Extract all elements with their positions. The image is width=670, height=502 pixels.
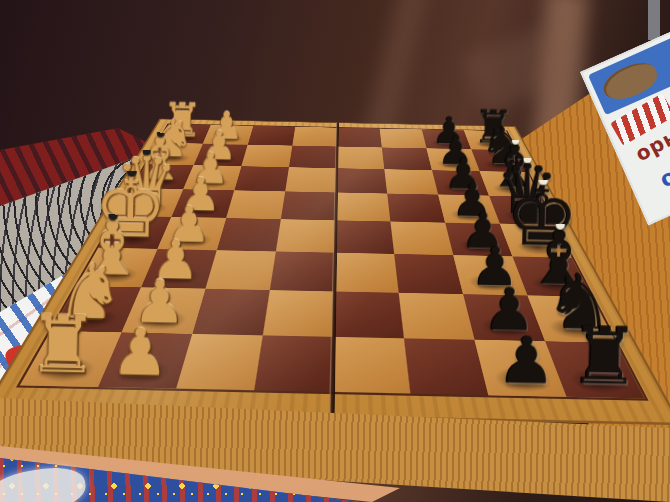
pawn-glyph: ♟ (209, 108, 243, 143)
piece-white-pawn-b2[interactable]: ♟ (200, 127, 236, 164)
square-d6[interactable] (387, 193, 445, 222)
pawn-glyph: ♟ (444, 154, 483, 194)
square-f5[interactable] (334, 253, 398, 293)
finial-dot (126, 164, 136, 176)
square-g6[interactable] (399, 292, 475, 339)
piece-shadow (190, 177, 232, 189)
square-d5[interactable] (336, 192, 391, 221)
piece-black-pawn-c7[interactable]: ♟ (444, 154, 483, 194)
piece-shadow (473, 140, 510, 149)
piece-white-rook-h1[interactable]: ♜ (26, 308, 98, 382)
piece-black-pawn-h7[interactable]: ♟ (497, 331, 556, 392)
square-c6[interactable] (384, 169, 438, 194)
square-a4[interactable] (292, 127, 337, 147)
piece-shadow (209, 134, 246, 143)
square-h3[interactable] (176, 334, 263, 391)
finial-dot (523, 155, 531, 163)
knight-glyph: ♞ (148, 115, 195, 164)
piece-shadow (441, 182, 483, 194)
square-a8[interactable]: ♜ (464, 130, 516, 150)
square-b2[interactable]: ♟ (194, 144, 248, 166)
rook-glyph: ♜ (568, 319, 640, 393)
knight-glyph: ♞ (479, 122, 526, 171)
square-g3[interactable] (192, 288, 270, 335)
square-e6[interactable] (390, 221, 453, 255)
finial-dot (537, 173, 547, 185)
square-e5[interactable] (335, 220, 394, 254)
square-h7[interactable]: ♟ (475, 340, 567, 397)
piece-white-pawn-h2[interactable]: ♟ (110, 323, 169, 384)
square-a5[interactable] (337, 128, 382, 148)
square-f3[interactable] (206, 250, 276, 289)
square-a6[interactable] (380, 129, 427, 149)
square-b7[interactable]: ♟ (427, 148, 480, 171)
piece-black-knight-b8[interactable]: ♞ (479, 122, 526, 171)
square-a3[interactable] (248, 126, 296, 146)
piece-black-pawn-b7[interactable]: ♟ (437, 132, 473, 169)
pawn-glyph: ♟ (110, 323, 169, 384)
pawn-glyph: ♟ (432, 113, 466, 148)
piece-black-rook-h8[interactable]: ♜ (568, 319, 640, 393)
piece-shadow (435, 159, 474, 169)
square-e3[interactable] (217, 218, 281, 252)
piece-black-pawn-a7[interactable]: ♟ (432, 113, 466, 148)
square-h5[interactable] (332, 337, 410, 394)
square-b3[interactable] (241, 145, 292, 167)
piece-white-rook-a1[interactable]: ♜ (161, 100, 203, 143)
finial-dot (142, 147, 150, 155)
square-a1[interactable]: ♜ (158, 124, 211, 144)
square-c3[interactable] (234, 166, 289, 191)
piece-white-pawn-c2[interactable]: ♟ (191, 148, 230, 188)
chess-board: ♜♟♟♜♞♟♟♞♝♟♟♝♛♟♟♛♚♟♟♚♝♟♟♝♞♟♟♞♜♟♟♜ (0, 119, 670, 425)
square-c4[interactable] (285, 167, 336, 192)
pawn-glyph: ♟ (497, 331, 556, 392)
square-g4[interactable] (263, 290, 334, 337)
rook-glyph: ♜ (473, 106, 515, 149)
piece-shadow (200, 154, 239, 164)
square-a2[interactable]: ♟ (203, 125, 253, 145)
square-b4[interactable] (289, 146, 337, 168)
pawn-glyph: ♟ (191, 148, 230, 188)
finial-dot (156, 129, 164, 137)
square-c5[interactable] (336, 168, 387, 193)
square-c2[interactable]: ♟ (183, 165, 241, 190)
square-b6[interactable] (382, 148, 432, 170)
piece-white-pawn-a2[interactable]: ♟ (209, 108, 243, 143)
rook-glyph: ♜ (26, 308, 98, 382)
pawn-glyph: ♟ (437, 132, 473, 169)
square-e4[interactable] (276, 219, 336, 253)
pawn-glyph: ♟ (200, 127, 236, 164)
piece-shadow (164, 133, 202, 142)
square-a7[interactable]: ♟ (422, 129, 472, 149)
piece-shadow (429, 139, 465, 148)
piece-black-rook-a8[interactable]: ♜ (473, 106, 515, 149)
photo-frame: ы орь о ♜♟♟♜♞♟♟♞♝♟♟♝♛♟♟♛♚♟♟♚♝♟♟♝♞♟♟♞♜♟♟♜ (0, 0, 670, 502)
square-f4[interactable] (270, 252, 335, 291)
square-h4[interactable] (254, 335, 333, 392)
rook-glyph: ♜ (161, 100, 203, 143)
piece-white-knight-b1[interactable]: ♞ (148, 115, 195, 164)
finial-dot (511, 137, 519, 145)
square-f6[interactable] (394, 254, 463, 294)
square-c7[interactable]: ♟ (432, 170, 489, 196)
square-d3[interactable] (226, 190, 285, 219)
square-d4[interactable] (281, 191, 336, 220)
square-g5[interactable] (333, 291, 404, 338)
square-b5[interactable] (337, 147, 385, 169)
